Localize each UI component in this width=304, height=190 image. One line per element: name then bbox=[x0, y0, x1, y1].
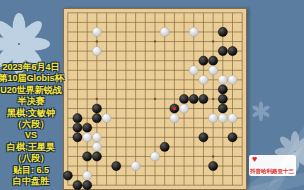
star-point bbox=[212, 155, 214, 157]
star-point bbox=[96, 40, 98, 42]
white-stone bbox=[228, 114, 237, 123]
black-stone bbox=[83, 123, 92, 132]
black-stone bbox=[228, 47, 237, 56]
star-point bbox=[154, 98, 156, 100]
komi-label: 贴目: 6.5 bbox=[0, 165, 65, 176]
black-stone bbox=[160, 142, 169, 151]
result-label: 白中盘胜 bbox=[0, 176, 65, 187]
douyin-watermark-text: 抖音哈利路亚十三 bbox=[250, 168, 295, 175]
white-stone bbox=[92, 133, 101, 142]
white-stone bbox=[83, 171, 92, 180]
black-stone bbox=[92, 114, 101, 123]
white-stone bbox=[92, 27, 101, 36]
black-stone bbox=[218, 104, 227, 113]
go-board bbox=[63, 8, 247, 190]
white-player: 白棋:王星昊 bbox=[0, 142, 65, 153]
black-stone bbox=[199, 94, 208, 103]
black-stone bbox=[83, 152, 92, 161]
black-stone bbox=[209, 161, 218, 170]
black-stone bbox=[73, 181, 82, 190]
white-stone bbox=[160, 27, 169, 36]
black-player: 黑棋:文敏钟 bbox=[0, 108, 65, 119]
white-stone bbox=[218, 114, 227, 123]
white-stone bbox=[199, 75, 208, 84]
star-point bbox=[212, 40, 214, 42]
douyin-watermark-box: ♥ 抖音哈利路亚十三 bbox=[249, 155, 296, 176]
vs-label: VS bbox=[0, 130, 65, 141]
white-stone bbox=[189, 27, 198, 36]
black-stone bbox=[92, 104, 101, 113]
white-player-rank: （八段） bbox=[0, 153, 65, 164]
black-stone bbox=[199, 133, 208, 142]
white-stone bbox=[218, 75, 227, 84]
star-point bbox=[154, 40, 156, 42]
black-stone bbox=[189, 94, 198, 103]
star-point bbox=[96, 98, 98, 100]
match-info-panel: 2023年6月4日 第10届Globis杯 U20世界新锐战 半决赛 黑棋:文敏… bbox=[0, 62, 65, 187]
black-stone bbox=[218, 94, 227, 103]
white-stone bbox=[170, 114, 179, 123]
black-stone bbox=[92, 152, 101, 161]
black-player-rank: （六段） bbox=[0, 119, 65, 130]
white-stone bbox=[179, 104, 188, 113]
white-stone bbox=[102, 114, 111, 123]
black-stone bbox=[209, 56, 218, 65]
white-stone bbox=[228, 75, 237, 84]
white-stone bbox=[189, 66, 198, 75]
black-stone bbox=[218, 85, 227, 94]
event-name: 第10届Globis杯 bbox=[0, 73, 65, 84]
black-stone bbox=[112, 161, 121, 170]
flower-watermark-icon bbox=[250, 100, 272, 126]
stage-label: 半决赛 bbox=[0, 96, 65, 107]
black-stone bbox=[73, 123, 82, 132]
star-point bbox=[212, 98, 214, 100]
white-stone bbox=[209, 66, 218, 75]
white-stone bbox=[92, 142, 101, 151]
heart-icon: ♥ bbox=[252, 154, 257, 164]
last-move-marker bbox=[173, 107, 176, 110]
match-date: 2023年6月4日 bbox=[0, 62, 65, 73]
white-stone bbox=[209, 114, 218, 123]
black-stone bbox=[73, 114, 82, 123]
white-stone bbox=[83, 133, 92, 142]
white-stone bbox=[92, 47, 101, 56]
black-stone bbox=[218, 47, 227, 56]
white-stone bbox=[150, 152, 159, 161]
black-stone bbox=[179, 94, 188, 103]
black-stone bbox=[228, 133, 237, 142]
black-stone bbox=[73, 133, 82, 142]
go-board-svg bbox=[63, 8, 247, 190]
black-stone bbox=[218, 27, 227, 36]
white-stone bbox=[131, 161, 140, 170]
black-stone bbox=[199, 56, 208, 65]
video-frame: { "game": "go", "colors": { "background"… bbox=[0, 0, 304, 190]
event-name-2: U20世界新锐战 bbox=[0, 85, 65, 96]
black-stone bbox=[83, 181, 92, 190]
